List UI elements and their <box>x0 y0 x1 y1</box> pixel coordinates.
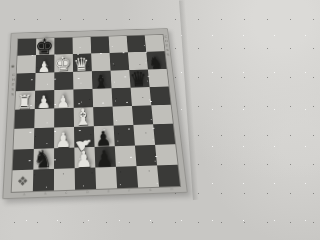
coordinate-label: H <box>170 187 173 191</box>
board-square[interactable] <box>151 105 173 125</box>
white-bishop[interactable]: ♝ <box>73 107 92 130</box>
coordinate-label: C <box>65 190 67 194</box>
board-square[interactable] <box>13 148 34 170</box>
white-king[interactable]: ♚ <box>54 55 71 75</box>
board-square[interactable] <box>111 70 131 88</box>
white-pawn[interactable]: ♟ <box>36 94 50 111</box>
white-pawn[interactable]: ♟ <box>55 129 71 150</box>
board-square[interactable] <box>109 36 128 53</box>
coordinate-label: E <box>108 189 110 193</box>
board-square[interactable] <box>145 35 165 52</box>
white-queen[interactable]: ♛ <box>73 55 89 74</box>
board-square[interactable] <box>17 55 36 73</box>
black-king[interactable]: ♚ <box>35 36 54 58</box>
corner-logo-icon: ❖ <box>17 173 29 188</box>
board-square[interactable] <box>155 144 177 165</box>
board-square[interactable] <box>133 124 155 145</box>
board-square[interactable] <box>136 165 159 187</box>
board-square[interactable] <box>73 37 92 54</box>
board-square[interactable] <box>116 166 138 188</box>
board-square[interactable] <box>91 53 110 71</box>
brand-logo-icon: ◉ <box>11 63 15 68</box>
board-square[interactable] <box>115 145 137 166</box>
board-square[interactable] <box>110 53 130 71</box>
board-square[interactable] <box>114 125 135 146</box>
board-square[interactable] <box>17 39 36 56</box>
coordinate-label: B <box>44 191 46 195</box>
board-square[interactable] <box>54 168 75 190</box>
white-pawn[interactable]: ♟ <box>75 148 93 171</box>
black-knight[interactable]: ♞ <box>148 54 164 71</box>
white-pawn[interactable]: ♟ <box>56 93 70 110</box>
board-square[interactable] <box>54 38 72 55</box>
board-square[interactable] <box>16 73 36 92</box>
white-rook[interactable]: ♜ <box>16 93 32 112</box>
board-square[interactable] <box>132 105 153 125</box>
board-square[interactable] <box>150 86 171 105</box>
board-square[interactable] <box>113 106 134 126</box>
black-queen[interactable]: ♛ <box>129 70 148 90</box>
board-square[interactable] <box>157 164 180 186</box>
board-square[interactable] <box>153 124 175 145</box>
coordinate-label: G <box>149 188 152 192</box>
board-square[interactable] <box>14 128 35 149</box>
board-square[interactable] <box>93 107 113 127</box>
coordinate-label: A <box>23 192 25 196</box>
board-square[interactable]: ❖ <box>12 169 34 192</box>
board-square[interactable] <box>127 35 147 52</box>
white-pawn[interactable]: ♟ <box>38 59 51 74</box>
board-square[interactable] <box>135 144 157 165</box>
black-pawn[interactable]: ♟ <box>95 147 113 170</box>
chess-board: ◉ CHESS CHESS ❖ ♚♟♚♛♞♝♛♜♟♟♝♟♟♟♞♟♟ ABCDEF… <box>2 28 188 199</box>
coordinate-label: D <box>86 190 88 194</box>
coordinate-label: F <box>128 188 130 192</box>
board-square[interactable] <box>112 87 132 106</box>
black-bishop[interactable]: ♝ <box>93 72 109 91</box>
black-knight[interactable]: ♞ <box>33 147 53 172</box>
board-square[interactable] <box>91 37 110 54</box>
